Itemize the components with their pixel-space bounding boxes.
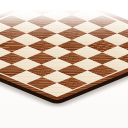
- photo-background: [0, 0, 128, 128]
